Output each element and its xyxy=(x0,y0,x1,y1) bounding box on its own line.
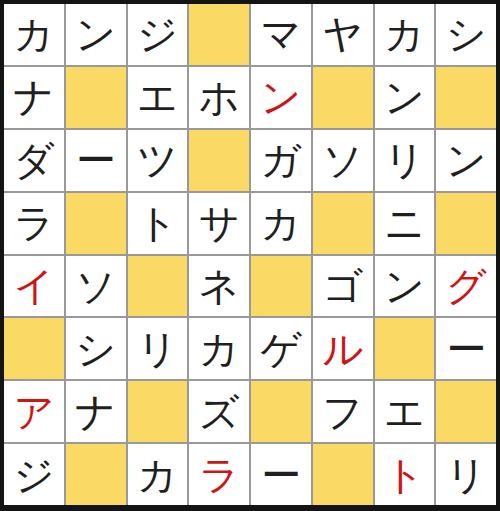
crossword-board: カンジマヤカシナエホンンダーツガソリンラトサカニイソネゴングシリカゲルーアナズフ… xyxy=(0,0,500,511)
letter-cell-r5c6[interactable]: ゴ xyxy=(313,256,373,317)
blocked-cell-r1c4 xyxy=(189,4,249,65)
letter-cell-r8c3[interactable]: カ xyxy=(128,444,188,505)
letter-cell-r3c2[interactable]: ー xyxy=(66,130,126,191)
letter-cell-r5c4[interactable]: ネ xyxy=(189,256,249,317)
letter-cell-r8c4[interactable]: ラ xyxy=(189,444,249,505)
blocked-cell-r4c2 xyxy=(66,193,126,254)
letter-cell-r7c4[interactable]: ズ xyxy=(189,381,249,442)
letter-cell-r4c4[interactable]: サ xyxy=(189,193,249,254)
letter-cell-r6c3[interactable]: リ xyxy=(128,318,188,379)
blocked-cell-r2c2 xyxy=(66,67,126,128)
letter-cell-r6c6[interactable]: ル xyxy=(313,318,373,379)
blocked-cell-r6c7 xyxy=(375,318,435,379)
letter-cell-r4c3[interactable]: ト xyxy=(128,193,188,254)
letter-cell-r2c1[interactable]: ナ xyxy=(4,67,64,128)
blocked-cell-r5c5 xyxy=(251,256,311,317)
letter-cell-r4c7[interactable]: ニ xyxy=(375,193,435,254)
letter-cell-r2c4[interactable]: ホ xyxy=(189,67,249,128)
letter-cell-r3c7[interactable]: リ xyxy=(375,130,435,191)
letter-cell-r1c6[interactable]: ヤ xyxy=(313,4,373,65)
blocked-cell-r7c3 xyxy=(128,381,188,442)
letter-cell-r3c1[interactable]: ダ xyxy=(4,130,64,191)
letter-cell-r2c5[interactable]: ン xyxy=(251,67,311,128)
letter-cell-r3c3[interactable]: ツ xyxy=(128,130,188,191)
crossword-puzzle: カンジマヤカシナエホンンダーツガソリンラトサカニイソネゴングシリカゲルーアナズフ… xyxy=(0,0,500,511)
letter-cell-r6c2[interactable]: シ xyxy=(66,318,126,379)
letter-cell-r5c2[interactable]: ソ xyxy=(66,256,126,317)
letter-cell-r7c1[interactable]: ア xyxy=(4,381,64,442)
letter-cell-r8c5[interactable]: ー xyxy=(251,444,311,505)
letter-cell-r2c7[interactable]: ン xyxy=(375,67,435,128)
letter-cell-r4c1[interactable]: ラ xyxy=(4,193,64,254)
blocked-cell-r2c6 xyxy=(313,67,373,128)
letter-cell-r1c1[interactable]: カ xyxy=(4,4,64,65)
blocked-cell-r4c8 xyxy=(436,193,496,254)
letter-cell-r5c8[interactable]: グ xyxy=(436,256,496,317)
letter-cell-r3c5[interactable]: ガ xyxy=(251,130,311,191)
blocked-cell-r3c4 xyxy=(189,130,249,191)
letter-cell-r6c4[interactable]: カ xyxy=(189,318,249,379)
letter-cell-r3c6[interactable]: ソ xyxy=(313,130,373,191)
letter-cell-r3c8[interactable]: ン xyxy=(436,130,496,191)
letter-cell-r7c2[interactable]: ナ xyxy=(66,381,126,442)
letter-cell-r1c5[interactable]: マ xyxy=(251,4,311,65)
letter-cell-r2c3[interactable]: エ xyxy=(128,67,188,128)
letter-cell-r4c5[interactable]: カ xyxy=(251,193,311,254)
blocked-cell-r2c8 xyxy=(436,67,496,128)
blocked-cell-r7c5 xyxy=(251,381,311,442)
blocked-cell-r5c3 xyxy=(128,256,188,317)
letter-cell-r6c8[interactable]: ー xyxy=(436,318,496,379)
letter-cell-r5c7[interactable]: ン xyxy=(375,256,435,317)
letter-cell-r8c7[interactable]: ト xyxy=(375,444,435,505)
letter-cell-r7c6[interactable]: フ xyxy=(313,381,373,442)
letter-cell-r6c5[interactable]: ゲ xyxy=(251,318,311,379)
letter-cell-r7c7[interactable]: エ xyxy=(375,381,435,442)
letter-cell-r5c1[interactable]: イ xyxy=(4,256,64,317)
blocked-cell-r6c1 xyxy=(4,318,64,379)
blocked-cell-r8c6 xyxy=(313,444,373,505)
letter-cell-r1c3[interactable]: ジ xyxy=(128,4,188,65)
letter-cell-r1c8[interactable]: シ xyxy=(436,4,496,65)
letter-cell-r1c2[interactable]: ン xyxy=(66,4,126,65)
letter-cell-r1c7[interactable]: カ xyxy=(375,4,435,65)
letter-cell-r8c8[interactable]: リ xyxy=(436,444,496,505)
letter-cell-r8c1[interactable]: ジ xyxy=(4,444,64,505)
blocked-cell-r7c8 xyxy=(436,381,496,442)
blocked-cell-r4c6 xyxy=(313,193,373,254)
blocked-cell-r8c2 xyxy=(66,444,126,505)
